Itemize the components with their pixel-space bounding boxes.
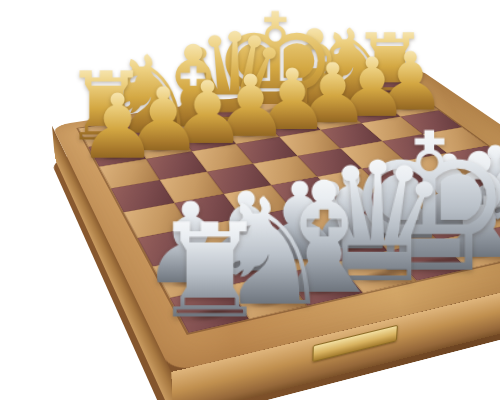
board-grid: ♜♞♝♛♚♝♞♜♟♟♟♟♟♟♟♟♟♟♟♟♟♟♟♟♜♞♝♛♚♝♞♜	[78, 80, 500, 333]
square-a1: ♜	[170, 286, 249, 333]
chessboard-scene: ♜♞♝♛♚♝♞♜♟♟♟♟♟♟♟♟♟♟♟♟♟♟♟♟♜♞♝♛♚♝♞♜	[0, 0, 500, 400]
product-photo-stage: ♜♞♝♛♚♝♞♜♟♟♟♟♟♟♟♟♟♟♟♟♟♟♟♟♜♞♝♛♚♝♞♜	[0, 0, 500, 400]
chessboard-slab: ♜♞♝♛♚♝♞♜♟♟♟♟♟♟♟♟♟♟♟♟♟♟♟♟♜♞♝♛♚♝♞♜	[52, 70, 500, 372]
brass-plaque	[312, 325, 398, 363]
